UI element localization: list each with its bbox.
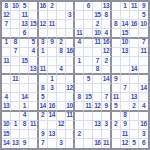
empty-cell-r10c7[interactable]: [57, 84, 66, 93]
given-cell-r13c6[interactable]: 14: [48, 112, 57, 121]
empty-cell-r3c12[interactable]: [102, 20, 111, 29]
empty-cell-r9c5[interactable]: [39, 75, 48, 84]
given-cell-r16c7[interactable]: 3: [57, 139, 66, 148]
empty-cell-r1c9[interactable]: [75, 2, 84, 11]
empty-cell-r15c13[interactable]: [112, 130, 121, 139]
empty-cell-r4c8[interactable]: [66, 29, 75, 38]
given-cell-r5c4[interactable]: 5: [29, 39, 38, 48]
empty-cell-r9c11[interactable]: [93, 75, 102, 84]
given-cell-r8c5[interactable]: 11: [39, 66, 48, 75]
given-cell-r15c9[interactable]: 2: [75, 130, 84, 139]
empty-cell-r9c14[interactable]: [121, 75, 130, 84]
empty-cell-r4c15[interactable]: [130, 29, 139, 38]
empty-cell-r12c7[interactable]: [57, 102, 66, 111]
given-cell-r15c6[interactable]: 13: [48, 130, 57, 139]
given-cell-r8c11[interactable]: 8: [93, 66, 102, 75]
given-cell-r9c10[interactable]: 5: [84, 75, 93, 84]
given-cell-r12c3[interactable]: 1: [20, 102, 29, 111]
empty-cell-r3c2[interactable]: [11, 20, 20, 29]
empty-cell-r13c11[interactable]: [93, 112, 102, 121]
given-cell-r11c9[interactable]: 8: [75, 93, 84, 102]
given-cell-r4c9[interactable]: 11: [75, 29, 84, 38]
empty-cell-r13c10[interactable]: [84, 112, 93, 121]
empty-cell-r5c10[interactable]: [84, 39, 93, 48]
empty-cell-r6c11[interactable]: [93, 48, 102, 57]
empty-cell-r1c8[interactable]: [66, 2, 75, 11]
given-cell-r14c11[interactable]: 13: [93, 121, 102, 130]
given-cell-r14c3[interactable]: 8: [20, 121, 29, 130]
given-cell-r5c14[interactable]: 10: [121, 39, 130, 48]
given-cell-r5c6[interactable]: 9: [48, 39, 57, 48]
given-cell-r16c12[interactable]: 11: [102, 139, 111, 148]
given-cell-r5c1[interactable]: 1: [2, 39, 11, 48]
empty-cell-r7c2[interactable]: [11, 57, 20, 66]
empty-cell-r8c13[interactable]: [112, 66, 121, 75]
empty-cell-r7c10[interactable]: [84, 57, 93, 66]
given-cell-r3c13[interactable]: 8: [112, 20, 121, 29]
empty-cell-r7c14[interactable]: [121, 57, 130, 66]
empty-cell-r15c2[interactable]: [11, 130, 20, 139]
empty-cell-r9c1[interactable]: [2, 75, 11, 84]
sudoku-board: 8105162613111912113158571315121128141610…: [0, 0, 150, 150]
given-cell-r7c9[interactable]: 1: [75, 57, 84, 66]
given-cell-r14c12[interactable]: 3: [102, 121, 111, 130]
given-cell-r12c16[interactable]: 4: [139, 102, 148, 111]
empty-cell-r14c15[interactable]: [130, 121, 139, 130]
empty-cell-r13c1[interactable]: [2, 112, 11, 121]
empty-cell-r15c4[interactable]: [29, 130, 38, 139]
given-cell-r4c3[interactable]: 6: [20, 29, 29, 38]
given-cell-r6c14[interactable]: 13: [121, 48, 130, 57]
given-cell-r6c8[interactable]: 16: [66, 48, 75, 57]
given-cell-r3c1[interactable]: 7: [2, 20, 11, 29]
given-cell-r6c2[interactable]: 7: [11, 48, 20, 57]
empty-cell-r10c1[interactable]: [2, 84, 11, 93]
given-cell-r8c7[interactable]: 4: [57, 66, 66, 75]
empty-cell-r13c4[interactable]: [29, 112, 38, 121]
given-cell-r3c5[interactable]: 12: [39, 20, 48, 29]
empty-cell-r2c5[interactable]: [39, 11, 48, 20]
empty-cell-r5c15[interactable]: [130, 39, 139, 48]
empty-cell-r6c13[interactable]: [112, 48, 121, 57]
given-cell-r12c10[interactable]: 11: [84, 102, 93, 111]
empty-cell-r13c16[interactable]: [139, 112, 148, 121]
empty-cell-r15c8[interactable]: [66, 130, 75, 139]
empty-cell-r16c6[interactable]: [48, 139, 57, 148]
empty-cell-r4c16[interactable]: [139, 29, 148, 38]
empty-cell-r2c10[interactable]: [84, 11, 93, 20]
given-cell-r6c5[interactable]: 1: [39, 48, 48, 57]
given-cell-r2c1[interactable]: 12: [2, 11, 11, 20]
empty-cell-r14c6[interactable]: [48, 121, 57, 130]
empty-cell-r3c7[interactable]: [57, 20, 66, 29]
empty-cell-r8c12[interactable]: [102, 66, 111, 75]
given-cell-r1c1[interactable]: 8: [2, 2, 11, 11]
empty-cell-r7c13[interactable]: [112, 57, 121, 66]
empty-cell-r9c15[interactable]: [130, 75, 139, 84]
empty-cell-r16c13[interactable]: [112, 139, 121, 148]
given-cell-r3c4[interactable]: 15: [29, 20, 38, 29]
given-cell-r11c10[interactable]: 15: [84, 93, 93, 102]
given-cell-r6c7[interactable]: 8: [57, 48, 66, 57]
given-cell-r11c5[interactable]: 5: [39, 93, 48, 102]
empty-cell-r11c6[interactable]: [48, 93, 57, 102]
given-cell-r4c12[interactable]: 4: [102, 29, 111, 38]
given-cell-r12c13[interactable]: 5: [112, 102, 121, 111]
given-cell-r14c2[interactable]: 1: [11, 121, 20, 130]
empty-cell-r6c6[interactable]: [48, 48, 57, 57]
empty-cell-r6c3[interactable]: [20, 48, 29, 57]
empty-cell-r10c2[interactable]: [11, 84, 20, 93]
given-cell-r16c5[interactable]: 7: [39, 139, 48, 148]
empty-cell-r15c3[interactable]: [20, 130, 29, 139]
empty-cell-r4c2[interactable]: [11, 29, 20, 38]
empty-cell-r4c6[interactable]: [48, 29, 57, 38]
given-cell-r14c13[interactable]: 2: [112, 121, 121, 130]
empty-cell-r14c5[interactable]: [39, 121, 48, 130]
given-cell-r2c8[interactable]: 3: [66, 11, 75, 20]
given-cell-r9c12[interactable]: 14: [102, 75, 111, 84]
given-cell-r1c15[interactable]: 11: [130, 2, 139, 11]
given-cell-r6c16[interactable]: 11: [139, 48, 148, 57]
given-cell-r2c3[interactable]: 11: [20, 11, 29, 20]
empty-cell-r9c16[interactable]: [139, 75, 148, 84]
empty-cell-r1c11[interactable]: [93, 2, 102, 11]
empty-cell-r8c14[interactable]: [121, 66, 130, 75]
empty-cell-r4c13[interactable]: [112, 29, 121, 38]
given-cell-r11c1[interactable]: 4: [2, 93, 11, 102]
empty-cell-r10c13[interactable]: [112, 84, 121, 93]
given-cell-r15c5[interactable]: 9: [39, 130, 48, 139]
empty-cell-r9c8[interactable]: [66, 75, 75, 84]
given-cell-r2c12[interactable]: 8: [102, 11, 111, 20]
empty-cell-r5c3[interactable]: [20, 39, 29, 48]
given-cell-r7c1[interactable]: 11: [2, 57, 11, 66]
given-cell-r14c1[interactable]: 10: [2, 121, 11, 130]
given-cell-r10c8[interactable]: 12: [66, 84, 75, 93]
given-cell-r7c12[interactable]: 2: [102, 57, 111, 66]
given-cell-r14c7[interactable]: 12: [57, 121, 66, 130]
empty-cell-r13c7[interactable]: [57, 112, 66, 121]
empty-cell-r10c9[interactable]: [75, 84, 84, 93]
given-cell-r16c16[interactable]: 6: [139, 139, 148, 148]
given-cell-r15c16[interactable]: 3: [139, 130, 148, 139]
given-cell-r5c7[interactable]: 2: [57, 39, 66, 48]
given-cell-r6c4[interactable]: 4: [29, 48, 38, 57]
given-cell-r12c11[interactable]: 12: [93, 102, 102, 111]
given-cell-r14c16[interactable]: 16: [139, 121, 148, 130]
empty-cell-r1c13[interactable]: [112, 2, 121, 11]
empty-cell-r3c8[interactable]: [66, 20, 75, 29]
given-cell-r16c15[interactable]: 5: [130, 139, 139, 148]
empty-cell-r2c4[interactable]: [29, 11, 38, 20]
empty-cell-r1c4[interactable]: [29, 2, 38, 11]
empty-cell-r11c2[interactable]: [11, 93, 20, 102]
given-cell-r1c6[interactable]: 2: [48, 2, 57, 11]
empty-cell-r10c11[interactable]: [93, 84, 102, 93]
given-cell-r14c14[interactable]: 9: [121, 121, 130, 130]
empty-cell-r7c16[interactable]: [139, 57, 148, 66]
empty-cell-r3c10[interactable]: [84, 20, 93, 29]
empty-cell-r4c5[interactable]: [39, 29, 48, 38]
empty-cell-r7c8[interactable]: [66, 57, 75, 66]
empty-cell-r2c13[interactable]: [112, 11, 121, 20]
empty-cell-r13c9[interactable]: [75, 112, 84, 121]
given-cell-r12c12[interactable]: 9: [102, 102, 111, 111]
empty-cell-r2c6[interactable]: [48, 11, 57, 20]
given-cell-r11c3[interactable]: 14: [20, 93, 29, 102]
given-cell-r10c14[interactable]: 7: [121, 84, 130, 93]
empty-cell-r12c9[interactable]: [75, 102, 84, 111]
given-cell-r8c4[interactable]: 13: [29, 66, 38, 75]
empty-cell-r9c3[interactable]: [20, 75, 29, 84]
given-cell-r5c2[interactable]: 8: [11, 39, 20, 48]
empty-cell-r4c4[interactable]: [29, 29, 38, 38]
empty-cell-r12c4[interactable]: [29, 102, 38, 111]
empty-cell-r5c13[interactable]: [112, 39, 121, 48]
empty-cell-r15c15[interactable]: [130, 130, 139, 139]
given-cell-r13c3[interactable]: 4: [20, 112, 29, 121]
given-cell-r3c14[interactable]: 14: [121, 20, 130, 29]
empty-cell-r8c6[interactable]: [48, 66, 57, 75]
empty-cell-r10c3[interactable]: [20, 84, 29, 93]
empty-cell-r16c9[interactable]: [75, 139, 84, 148]
empty-cell-r8c3[interactable]: [20, 66, 29, 75]
empty-cell-r2c9[interactable]: [75, 11, 84, 20]
empty-cell-r14c10[interactable]: [84, 121, 93, 130]
given-cell-r4c14[interactable]: 15: [121, 29, 130, 38]
given-cell-r1c14[interactable]: 1: [121, 2, 130, 11]
empty-cell-r13c2[interactable]: [11, 112, 20, 121]
given-cell-r3c6[interactable]: 11: [48, 20, 57, 29]
given-cell-r5c16[interactable]: 7: [139, 39, 148, 48]
empty-cell-r8c2[interactable]: [11, 66, 20, 75]
empty-cell-r11c7[interactable]: [57, 93, 66, 102]
given-cell-r11c13[interactable]: 11: [112, 93, 121, 102]
given-cell-r12c1[interactable]: 13: [2, 102, 11, 111]
empty-cell-r2c14[interactable]: [121, 11, 130, 20]
empty-cell-r12c14[interactable]: [121, 102, 130, 111]
given-cell-r10c5[interactable]: 8: [39, 84, 48, 93]
given-cell-r6c12[interactable]: 12: [102, 48, 111, 57]
empty-cell-r8c1[interactable]: [2, 66, 11, 75]
given-cell-r5c5[interactable]: 3: [39, 39, 48, 48]
empty-cell-r15c11[interactable]: [93, 130, 102, 139]
given-cell-r9c13[interactable]: 9: [112, 75, 121, 84]
given-cell-r5c12[interactable]: 16: [102, 39, 111, 48]
given-cell-r13c8[interactable]: 11: [66, 112, 75, 121]
empty-cell-r4c1[interactable]: [2, 29, 11, 38]
empty-cell-r4c10[interactable]: [84, 29, 93, 38]
given-cell-r15c14[interactable]: 11: [121, 130, 130, 139]
given-cell-r2c11[interactable]: 15: [93, 11, 102, 20]
empty-cell-r10c4[interactable]: [29, 84, 38, 93]
empty-cell-r7c6[interactable]: [48, 57, 57, 66]
empty-cell-r15c7[interactable]: [57, 130, 66, 139]
given-cell-r14c4[interactable]: 11: [29, 121, 38, 130]
empty-cell-r12c2[interactable]: [11, 102, 20, 111]
given-cell-r16c11[interactable]: 16: [93, 139, 102, 148]
given-cell-r3c11[interactable]: 2: [93, 20, 102, 29]
given-cell-r3c15[interactable]: 16: [130, 20, 139, 29]
empty-cell-r2c2[interactable]: [11, 11, 20, 20]
empty-cell-r8c16[interactable]: [139, 66, 148, 75]
empty-cell-r6c1[interactable]: [2, 48, 11, 57]
empty-cell-r16c4[interactable]: [29, 139, 38, 148]
empty-cell-r2c7[interactable]: [57, 11, 66, 20]
empty-cell-r13c15[interactable]: [130, 112, 139, 121]
given-cell-r1c10[interactable]: 6: [84, 2, 93, 11]
empty-cell-r14c8[interactable]: [66, 121, 75, 130]
given-cell-r13c5[interactable]: 2: [39, 112, 48, 121]
empty-cell-r11c11[interactable]: [93, 93, 102, 102]
empty-cell-r11c8[interactable]: [66, 93, 75, 102]
empty-cell-r16c8[interactable]: [66, 139, 75, 148]
empty-cell-r13c12[interactable]: [102, 112, 111, 121]
given-cell-r5c11[interactable]: 11: [93, 39, 102, 48]
empty-cell-r1c7[interactable]: [57, 2, 66, 11]
empty-cell-r8c9[interactable]: [75, 66, 84, 75]
given-cell-r1c5[interactable]: 16: [39, 2, 48, 11]
given-cell-r7c3[interactable]: 15: [20, 57, 29, 66]
empty-cell-r11c4[interactable]: [29, 93, 38, 102]
empty-cell-r10c15[interactable]: [130, 84, 139, 93]
empty-cell-r16c10[interactable]: [84, 139, 93, 148]
empty-cell-r11c16[interactable]: [139, 93, 148, 102]
given-cell-r3c16[interactable]: 10: [139, 20, 148, 29]
given-cell-r16c3[interactable]: 9: [20, 139, 29, 148]
given-cell-r8c15[interactable]: 14: [130, 66, 139, 75]
empty-cell-r10c10[interactable]: [84, 84, 93, 93]
given-cell-r3c3[interactable]: 13: [20, 20, 29, 29]
given-cell-r9c2[interactable]: 11: [11, 75, 20, 84]
empty-cell-r11c14[interactable]: [121, 93, 130, 102]
given-cell-r10c6[interactable]: 3: [48, 84, 57, 93]
sudoku-screenshot: 8105162613111912113158571315121128141610…: [0, 0, 150, 150]
given-cell-r4c11[interactable]: 10: [93, 29, 102, 38]
empty-cell-r9c9[interactable]: [75, 75, 84, 84]
empty-cell-r14c9[interactable]: [75, 121, 84, 130]
empty-cell-r6c9[interactable]: [75, 48, 84, 57]
empty-cell-r13c13[interactable]: [112, 112, 121, 121]
empty-cell-r9c7[interactable]: [57, 75, 66, 84]
given-cell-r11c12[interactable]: 7: [102, 93, 111, 102]
given-cell-r16c1[interactable]: 14: [2, 139, 11, 148]
empty-cell-r4c7[interactable]: [57, 29, 66, 38]
given-cell-r12c8[interactable]: 10: [66, 102, 75, 111]
given-cell-r12c5[interactable]: 14: [39, 102, 48, 111]
given-cell-r13c14[interactable]: 8: [121, 112, 130, 121]
empty-cell-r3c9[interactable]: [75, 20, 84, 29]
empty-cell-r2c15[interactable]: [130, 11, 139, 20]
empty-cell-r15c10[interactable]: [84, 130, 93, 139]
empty-cell-r8c8[interactable]: [66, 66, 75, 75]
empty-cell-r5c8[interactable]: [66, 39, 75, 48]
given-cell-r1c2[interactable]: 10: [11, 2, 20, 11]
empty-cell-r9c4[interactable]: [29, 75, 38, 84]
given-cell-r16c2[interactable]: 13: [11, 139, 20, 148]
given-cell-r15c1[interactable]: 15: [2, 130, 11, 139]
empty-cell-r10c12[interactable]: [102, 84, 111, 93]
given-cell-r2c16[interactable]: 5: [139, 11, 148, 20]
given-cell-r5c9[interactable]: 4: [75, 39, 84, 48]
empty-cell-r6c10[interactable]: [84, 48, 93, 57]
given-cell-r12c6[interactable]: 16: [48, 102, 57, 111]
empty-cell-r15c12[interactable]: [102, 130, 111, 139]
given-cell-r1c16[interactable]: 9: [139, 2, 148, 11]
given-cell-r12c15[interactable]: 2: [130, 102, 139, 111]
given-cell-r1c12[interactable]: 13: [102, 2, 111, 11]
empty-cell-r8c10[interactable]: [84, 66, 93, 75]
given-cell-r16c14[interactable]: 12: [121, 139, 130, 148]
given-cell-r10c16[interactable]: 14: [139, 84, 148, 93]
empty-cell-r6c15[interactable]: [130, 48, 139, 57]
given-cell-r1c3[interactable]: 5: [20, 2, 29, 11]
given-cell-r9c6[interactable]: 1: [48, 75, 57, 84]
given-cell-r11c15[interactable]: 13: [130, 93, 139, 102]
